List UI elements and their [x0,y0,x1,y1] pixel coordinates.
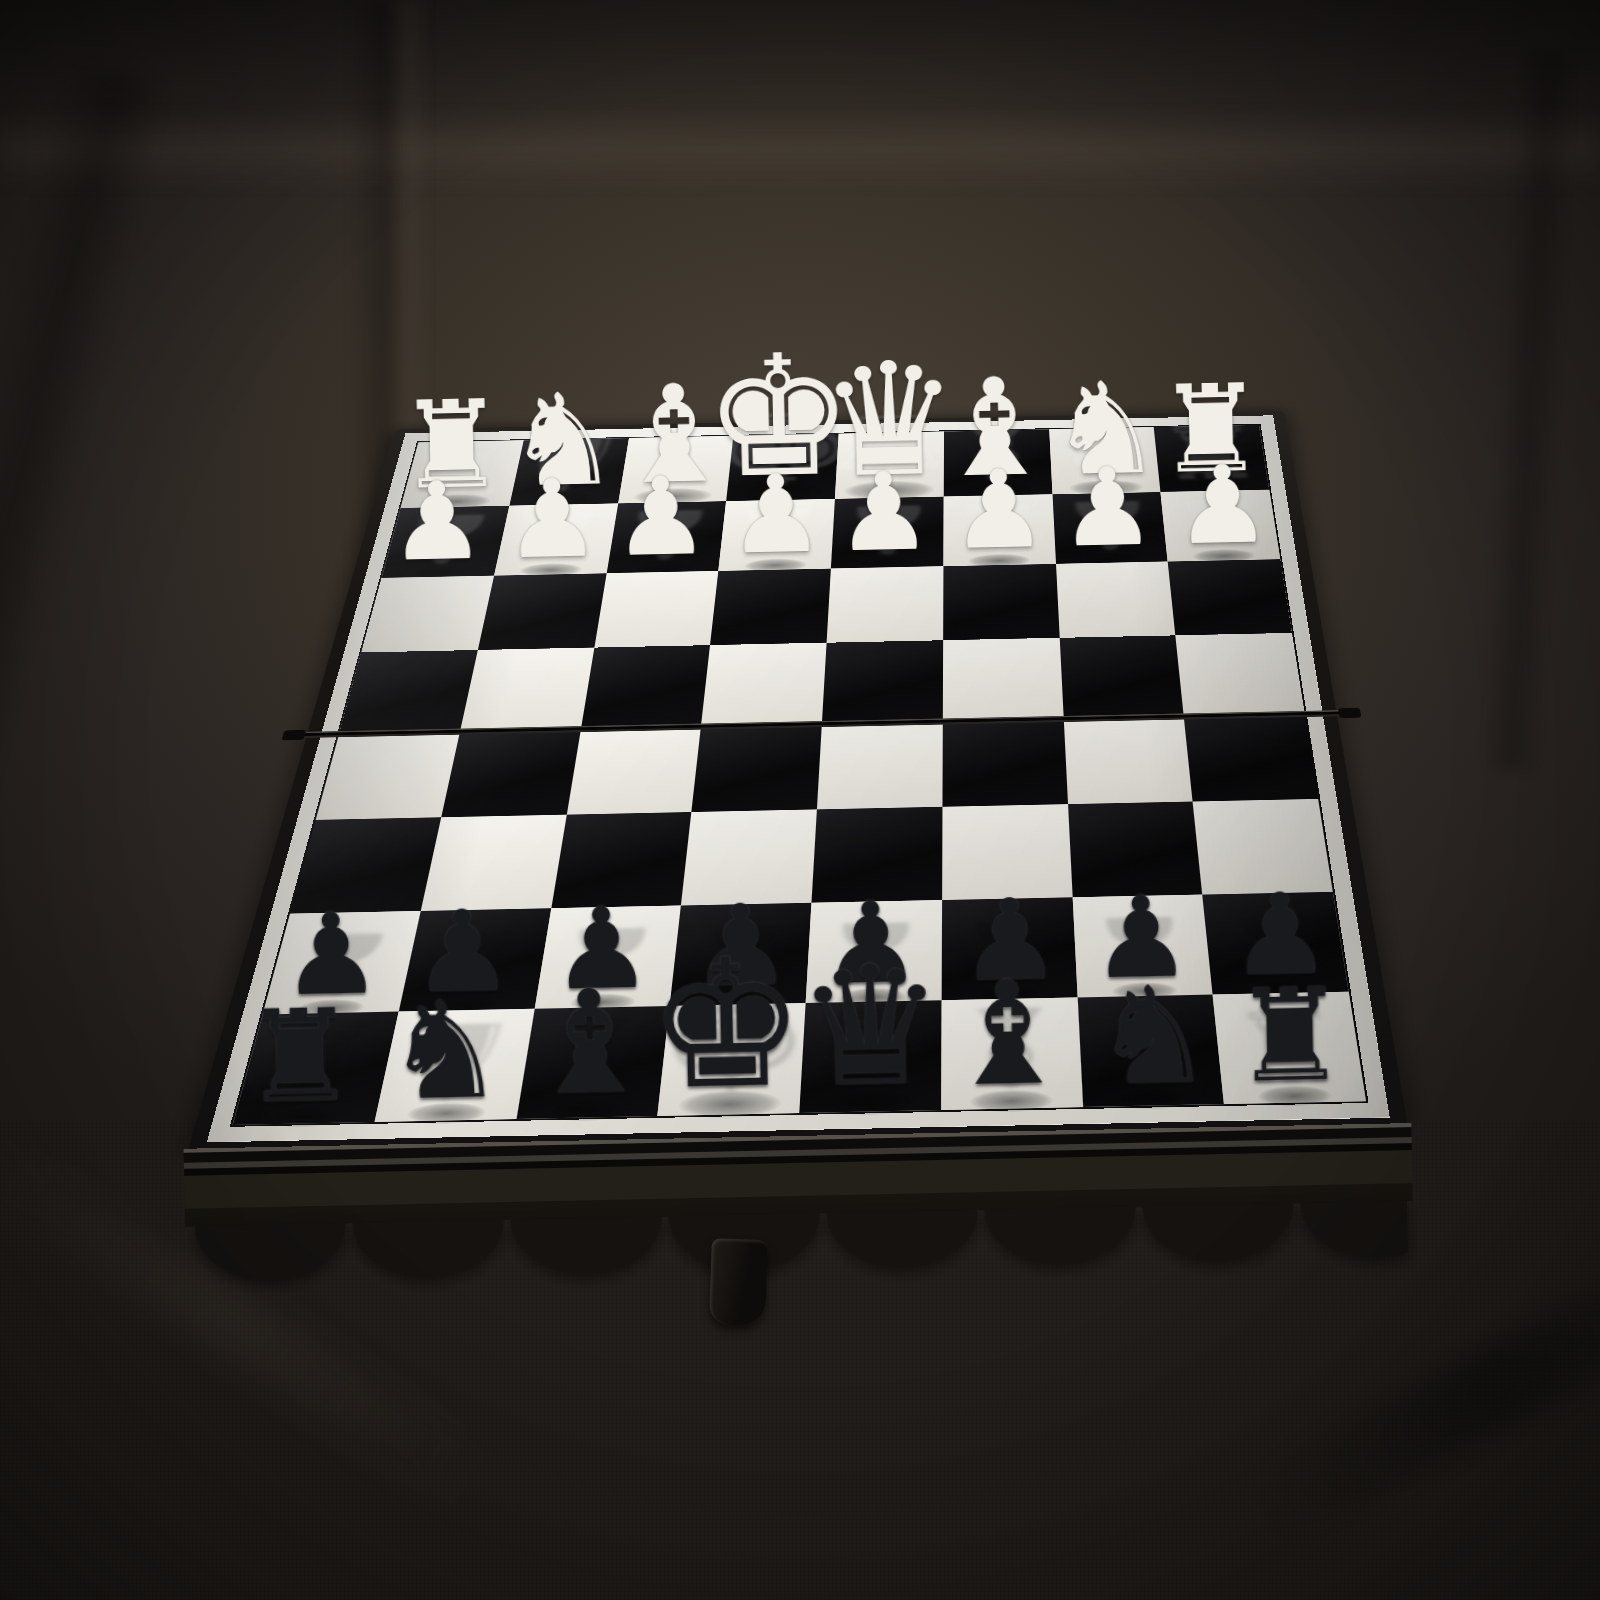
white-pawn-c2[interactable]: ♟ [950,458,1049,562]
square-g8[interactable]: ♞♞ [374,1009,534,1122]
board-surface: ♜♜♞♞♝♝♚♚♛♛♝♝♞♞♜♜♟♟♟♟♟♟♟♟♟♟♟♟♟♟♟♟♟♟♟♟♟♟♟♟… [207,415,1390,1142]
white-pawn-f2[interactable]: ♟ [612,465,711,569]
square-d3[interactable] [827,566,944,643]
board-scene: ♜♜♞♞♝♝♚♚♛♛♝♝♞♞♜♜♟♟♟♟♟♟♟♟♟♟♟♟♟♟♟♟♟♟♟♟♟♟♟♟… [0,0,1600,1600]
square-a5[interactable] [1184,713,1318,801]
square-f3[interactable] [594,571,719,648]
white-pawn-a2[interactable]: ♟ [1173,453,1272,557]
square-d4[interactable] [822,640,943,723]
white-pawn-d2[interactable]: ♟ [835,460,934,564]
square-h3[interactable] [361,575,494,652]
chess-board: ♜♜♞♞♝♝♚♚♛♛♝♝♞♞♜♜♟♟♟♟♟♟♟♟♟♟♟♟♟♟♟♟♟♟♟♟♟♟♟♟… [187,411,1408,1154]
square-c8[interactable]: ♝♝ [941,998,1083,1110]
white-pawn-b2[interactable]: ♟ [1058,456,1157,560]
black-queen-d8[interactable]: ♛ [795,948,946,1108]
square-f4[interactable] [581,645,711,728]
square-a4[interactable] [1176,633,1305,715]
black-rook-a8[interactable]: ♜ [1231,975,1348,1099]
square-b5[interactable] [1063,715,1193,804]
black-bishop-c8[interactable]: ♝ [942,966,1073,1104]
square-b3[interactable] [1056,561,1176,638]
square-d5[interactable] [817,720,943,809]
square-c3[interactable] [943,564,1059,641]
square-e8[interactable]: ♚♚ [658,1003,806,1116]
black-knight-g8[interactable]: ♞ [383,986,506,1116]
square-e4[interactable] [701,643,826,726]
square-a8[interactable]: ♜♜ [1213,992,1366,1104]
square-h4[interactable] [339,650,477,733]
chess-set: ♜♜♞♞♝♝♚♚♛♛♝♝♞♞♜♜♟♟♟♟♟♟♟♟♟♟♟♟♟♟♟♟♟♟♟♟♟♟♟♟… [0,0,1600,1600]
square-d8[interactable]: ♛♛ [799,1000,941,1113]
white-pawn-g2[interactable]: ♟ [503,467,602,571]
square-b8[interactable]: ♞♞ [1077,995,1224,1107]
square-c5[interactable] [942,718,1067,807]
square-e2[interactable]: ♟♟ [719,499,835,571]
square-b4[interactable] [1059,636,1184,718]
square-a3[interactable] [1168,559,1292,636]
case-clasp [709,1238,768,1326]
board-squares: ♜♜♞♞♝♝♚♚♛♛♝♝♞♞♜♜♟♟♟♟♟♟♟♟♟♟♟♟♟♟♟♟♟♟♟♟♟♟♟♟… [230,424,1369,1127]
square-a2[interactable]: ♟♟ [1161,490,1281,562]
square-f2[interactable]: ♟♟ [606,501,726,573]
square-e5[interactable] [692,723,822,812]
black-rook-h8[interactable]: ♜ [242,995,359,1119]
white-pawn-e2[interactable]: ♟ [726,463,825,567]
square-g2[interactable]: ♟♟ [494,503,618,575]
square-h5[interactable] [316,731,460,820]
black-knight-b8[interactable]: ♞ [1091,971,1214,1101]
square-b2[interactable]: ♟♟ [1052,492,1168,564]
square-e3[interactable] [710,568,831,645]
square-c2[interactable]: ♟♟ [943,494,1055,566]
black-bishop-f8[interactable]: ♝ [524,975,655,1113]
white-pawn-h2[interactable]: ♟ [388,470,487,574]
square-c4[interactable] [943,638,1064,720]
square-g5[interactable] [441,728,581,817]
square-g3[interactable] [478,573,607,650]
square-d2[interactable]: ♟♟ [831,496,944,568]
square-g4[interactable] [460,648,594,731]
square-h8[interactable]: ♜♜ [233,1012,399,1125]
black-king-e8[interactable]: ♚ [645,939,807,1110]
square-f5[interactable] [566,725,701,814]
square-h2[interactable]: ♟♟ [382,506,510,578]
